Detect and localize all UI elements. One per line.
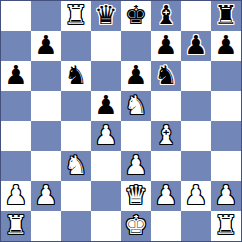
square-h1[interactable]: ♜ bbox=[211, 211, 241, 241]
square-f7[interactable]: ♟ bbox=[151, 31, 181, 61]
square-f3[interactable] bbox=[151, 151, 181, 181]
piece-white-king[interactable]: ♚ bbox=[124, 212, 147, 238]
square-b1[interactable] bbox=[31, 211, 61, 241]
piece-white-pawn[interactable]: ♟ bbox=[94, 122, 117, 148]
square-c1[interactable] bbox=[61, 211, 91, 241]
square-g4[interactable] bbox=[181, 121, 211, 151]
piece-white-pawn[interactable]: ♟ bbox=[4, 182, 27, 208]
square-a3[interactable] bbox=[1, 151, 31, 181]
square-h4[interactable] bbox=[211, 121, 241, 151]
piece-black-knight[interactable]: ♞ bbox=[64, 62, 87, 88]
square-b7[interactable]: ♟ bbox=[31, 31, 61, 61]
square-d3[interactable] bbox=[91, 151, 121, 181]
piece-white-knight[interactable]: ♞ bbox=[124, 92, 147, 118]
piece-white-pawn[interactable]: ♟ bbox=[154, 182, 177, 208]
square-g3[interactable] bbox=[181, 151, 211, 181]
piece-white-pawn[interactable]: ♟ bbox=[124, 152, 147, 178]
square-e4[interactable] bbox=[121, 121, 151, 151]
square-c3[interactable]: ♞ bbox=[61, 151, 91, 181]
square-c2[interactable] bbox=[61, 181, 91, 211]
square-g5[interactable] bbox=[181, 91, 211, 121]
square-g8[interactable] bbox=[181, 1, 211, 31]
square-e5[interactable]: ♞ bbox=[121, 91, 151, 121]
square-h2[interactable]: ♟ bbox=[211, 181, 241, 211]
square-f8[interactable]: ♝ bbox=[151, 1, 181, 31]
square-e7[interactable] bbox=[121, 31, 151, 61]
piece-white-rook[interactable]: ♜ bbox=[214, 212, 237, 238]
square-g2[interactable]: ♟ bbox=[181, 181, 211, 211]
piece-black-knight[interactable]: ♞ bbox=[154, 62, 177, 88]
piece-white-knight[interactable]: ♞ bbox=[64, 152, 87, 178]
square-d6[interactable] bbox=[91, 61, 121, 91]
piece-white-bishop[interactable]: ♝ bbox=[154, 122, 177, 148]
square-d4[interactable]: ♟ bbox=[91, 121, 121, 151]
square-c8[interactable]: ♜ bbox=[61, 1, 91, 31]
square-d8[interactable]: ♛ bbox=[91, 1, 121, 31]
piece-black-rook[interactable]: ♜ bbox=[214, 2, 237, 28]
square-h7[interactable]: ♟ bbox=[211, 31, 241, 61]
square-a1[interactable]: ♜ bbox=[1, 211, 31, 241]
square-b2[interactable]: ♟ bbox=[31, 181, 61, 211]
square-e8[interactable]: ♚ bbox=[121, 1, 151, 31]
square-a2[interactable]: ♟ bbox=[1, 181, 31, 211]
piece-black-pawn[interactable]: ♟ bbox=[184, 32, 207, 58]
square-c4[interactable] bbox=[61, 121, 91, 151]
piece-black-queen[interactable]: ♛ bbox=[94, 2, 117, 28]
square-g7[interactable]: ♟ bbox=[181, 31, 211, 61]
chess-board: ♜♛♚♝♜♟♟♟♟♟♞♟♞♟♞♟♝♞♟♟♟♛♟♟♟♜♚♜ bbox=[0, 0, 242, 242]
piece-black-pawn[interactable]: ♟ bbox=[154, 32, 177, 58]
square-d2[interactable] bbox=[91, 181, 121, 211]
square-f2[interactable]: ♟ bbox=[151, 181, 181, 211]
square-g1[interactable] bbox=[181, 211, 211, 241]
square-h6[interactable] bbox=[211, 61, 241, 91]
square-f1[interactable] bbox=[151, 211, 181, 241]
piece-white-pawn[interactable]: ♟ bbox=[34, 182, 57, 208]
square-g6[interactable] bbox=[181, 61, 211, 91]
square-f4[interactable]: ♝ bbox=[151, 121, 181, 151]
square-c7[interactable] bbox=[61, 31, 91, 61]
square-f5[interactable] bbox=[151, 91, 181, 121]
piece-black-pawn[interactable]: ♟ bbox=[124, 62, 147, 88]
piece-white-queen[interactable]: ♛ bbox=[124, 182, 147, 208]
piece-white-pawn[interactable]: ♟ bbox=[184, 182, 207, 208]
piece-white-pawn[interactable]: ♟ bbox=[214, 182, 237, 208]
square-f6[interactable]: ♞ bbox=[151, 61, 181, 91]
square-d7[interactable] bbox=[91, 31, 121, 61]
square-c5[interactable] bbox=[61, 91, 91, 121]
square-d5[interactable]: ♟ bbox=[91, 91, 121, 121]
square-b4[interactable] bbox=[31, 121, 61, 151]
piece-black-pawn[interactable]: ♟ bbox=[34, 32, 57, 58]
square-e3[interactable]: ♟ bbox=[121, 151, 151, 181]
piece-black-pawn[interactable]: ♟ bbox=[214, 32, 237, 58]
square-a4[interactable] bbox=[1, 121, 31, 151]
square-b8[interactable] bbox=[31, 1, 61, 31]
square-b3[interactable] bbox=[31, 151, 61, 181]
square-e2[interactable]: ♛ bbox=[121, 181, 151, 211]
square-a8[interactable] bbox=[1, 1, 31, 31]
square-a5[interactable] bbox=[1, 91, 31, 121]
piece-black-king[interactable]: ♚ bbox=[124, 2, 147, 28]
square-h8[interactable]: ♜ bbox=[211, 1, 241, 31]
square-a7[interactable] bbox=[1, 31, 31, 61]
square-h5[interactable] bbox=[211, 91, 241, 121]
square-e1[interactable]: ♚ bbox=[121, 211, 151, 241]
piece-black-bishop[interactable]: ♝ bbox=[154, 2, 177, 28]
square-b5[interactable] bbox=[31, 91, 61, 121]
square-a6[interactable]: ♟ bbox=[1, 61, 31, 91]
piece-white-rook[interactable]: ♜ bbox=[64, 2, 87, 28]
square-b6[interactable] bbox=[31, 61, 61, 91]
piece-black-pawn[interactable]: ♟ bbox=[4, 62, 27, 88]
piece-black-pawn[interactable]: ♟ bbox=[94, 92, 117, 118]
square-c6[interactable]: ♞ bbox=[61, 61, 91, 91]
square-h3[interactable] bbox=[211, 151, 241, 181]
piece-white-rook[interactable]: ♜ bbox=[4, 212, 27, 238]
square-e6[interactable]: ♟ bbox=[121, 61, 151, 91]
square-d1[interactable] bbox=[91, 211, 121, 241]
